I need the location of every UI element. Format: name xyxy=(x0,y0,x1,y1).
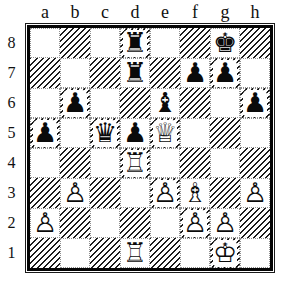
square-g2[interactable]: ♙ xyxy=(210,208,240,238)
board-frame: ♜♚♜♟♟♟♝♟♟♛♟♕♖♙♙♗♙♙♙♙♖♔ xyxy=(25,23,275,273)
square-h4[interactable] xyxy=(240,148,270,178)
square-e3[interactable]: ♙ xyxy=(150,178,180,208)
square-e8[interactable] xyxy=(150,28,180,58)
white-pawn-b3[interactable]: ♙ xyxy=(60,178,90,208)
square-e6[interactable]: ♝ xyxy=(150,88,180,118)
board-inner-border: ♜♚♜♟♟♟♝♟♟♛♟♕♖♙♙♗♙♙♙♙♖♔ xyxy=(27,25,273,271)
square-a5[interactable]: ♟ xyxy=(30,118,60,148)
file-label-a: a xyxy=(30,0,60,21)
square-b5[interactable] xyxy=(60,118,90,148)
chess-board: ♜♚♜♟♟♟♝♟♟♛♟♕♖♙♙♗♙♙♙♙♖♔ xyxy=(30,28,270,268)
square-h3[interactable]: ♙ xyxy=(240,178,270,208)
square-h1[interactable] xyxy=(240,238,270,268)
square-e5[interactable]: ♕ xyxy=(150,118,180,148)
square-d6[interactable] xyxy=(120,88,150,118)
file-label-d: d xyxy=(120,0,150,21)
black-pawn-g7[interactable]: ♟ xyxy=(210,58,240,88)
white-king-g1[interactable]: ♔ xyxy=(210,238,240,268)
square-f7[interactable]: ♟ xyxy=(180,58,210,88)
square-g7[interactable]: ♟ xyxy=(210,58,240,88)
square-g8[interactable]: ♚ xyxy=(210,28,240,58)
white-pawn-a2[interactable]: ♙ xyxy=(30,208,60,238)
square-f3[interactable]: ♗ xyxy=(180,178,210,208)
square-g6[interactable] xyxy=(210,88,240,118)
square-b1[interactable] xyxy=(60,238,90,268)
square-e7[interactable] xyxy=(150,58,180,88)
square-a7[interactable] xyxy=(30,58,60,88)
rank-label-8: 8 xyxy=(1,28,22,58)
black-queen-c5[interactable]: ♛ xyxy=(90,118,120,148)
square-f2[interactable]: ♙ xyxy=(180,208,210,238)
square-h7[interactable] xyxy=(240,58,270,88)
black-pawn-d5[interactable]: ♟ xyxy=(120,118,150,148)
square-a8[interactable] xyxy=(30,28,60,58)
black-rook-d7[interactable]: ♜ xyxy=(120,58,150,88)
rank-label-3: 3 xyxy=(1,178,22,208)
square-d3[interactable] xyxy=(120,178,150,208)
rank-label-4: 4 xyxy=(1,148,22,178)
square-d2[interactable] xyxy=(120,208,150,238)
square-g1[interactable]: ♔ xyxy=(210,238,240,268)
square-a2[interactable]: ♙ xyxy=(30,208,60,238)
square-a6[interactable] xyxy=(30,88,60,118)
black-bishop-e6[interactable]: ♝ xyxy=(150,88,180,118)
square-a1[interactable] xyxy=(30,238,60,268)
file-label-g: g xyxy=(210,0,240,21)
square-f5[interactable] xyxy=(180,118,210,148)
square-c1[interactable] xyxy=(90,238,120,268)
square-e2[interactable] xyxy=(150,208,180,238)
square-c7[interactable] xyxy=(90,58,120,88)
square-b7[interactable] xyxy=(60,58,90,88)
square-d1[interactable]: ♖ xyxy=(120,238,150,268)
square-e1[interactable] xyxy=(150,238,180,268)
file-label-b: b xyxy=(60,0,90,21)
square-a4[interactable] xyxy=(30,148,60,178)
square-a3[interactable] xyxy=(30,178,60,208)
rank-label-7: 7 xyxy=(1,58,22,88)
square-b2[interactable] xyxy=(60,208,90,238)
black-king-g8[interactable]: ♚ xyxy=(210,28,240,58)
square-f4[interactable] xyxy=(180,148,210,178)
square-c6[interactable] xyxy=(90,88,120,118)
chess-diagram-page: { "game": "chess", "position": "3r2k1/3r… xyxy=(0,0,284,283)
white-pawn-g2[interactable]: ♙ xyxy=(210,208,240,238)
square-h8[interactable] xyxy=(240,28,270,58)
white-rook-d4[interactable]: ♖ xyxy=(120,148,150,178)
square-f1[interactable] xyxy=(180,238,210,268)
square-b4[interactable] xyxy=(60,148,90,178)
square-g4[interactable] xyxy=(210,148,240,178)
white-queen-e5[interactable]: ♕ xyxy=(150,118,180,148)
file-label-e: e xyxy=(150,0,180,21)
square-d4[interactable]: ♖ xyxy=(120,148,150,178)
square-g3[interactable] xyxy=(210,178,240,208)
square-d5[interactable]: ♟ xyxy=(120,118,150,148)
square-f8[interactable] xyxy=(180,28,210,58)
square-b3[interactable]: ♙ xyxy=(60,178,90,208)
rank-label-1: 1 xyxy=(1,238,22,268)
square-h5[interactable] xyxy=(240,118,270,148)
square-h6[interactable]: ♟ xyxy=(240,88,270,118)
square-d7[interactable]: ♜ xyxy=(120,58,150,88)
file-label-c: c xyxy=(90,0,120,21)
file-label-h: h xyxy=(240,0,270,21)
square-c8[interactable] xyxy=(90,28,120,58)
file-label-f: f xyxy=(180,0,210,21)
square-d8[interactable]: ♜ xyxy=(120,28,150,58)
square-b8[interactable] xyxy=(60,28,90,58)
white-rook-d1[interactable]: ♖ xyxy=(120,238,150,268)
square-g5[interactable] xyxy=(210,118,240,148)
square-c3[interactable] xyxy=(90,178,120,208)
black-pawn-f7[interactable]: ♟ xyxy=(180,58,210,88)
rank-label-2: 2 xyxy=(1,208,22,238)
square-h2[interactable] xyxy=(240,208,270,238)
rank-label-6: 6 xyxy=(1,88,22,118)
square-e4[interactable] xyxy=(150,148,180,178)
square-f6[interactable] xyxy=(180,88,210,118)
black-pawn-h6[interactable]: ♟ xyxy=(240,88,270,118)
white-bishop-f3[interactable]: ♗ xyxy=(180,178,210,208)
black-pawn-b6[interactable]: ♟ xyxy=(60,88,90,118)
square-c4[interactable] xyxy=(90,148,120,178)
square-c2[interactable] xyxy=(90,208,120,238)
rank-label-5: 5 xyxy=(1,118,22,148)
square-c5[interactable]: ♛ xyxy=(90,118,120,148)
white-pawn-f2[interactable]: ♙ xyxy=(180,208,210,238)
white-pawn-h3[interactable]: ♙ xyxy=(240,178,270,208)
square-b6[interactable]: ♟ xyxy=(60,88,90,118)
black-pawn-a5[interactable]: ♟ xyxy=(30,118,60,148)
black-rook-d8[interactable]: ♜ xyxy=(120,28,150,58)
white-pawn-e3[interactable]: ♙ xyxy=(150,178,180,208)
